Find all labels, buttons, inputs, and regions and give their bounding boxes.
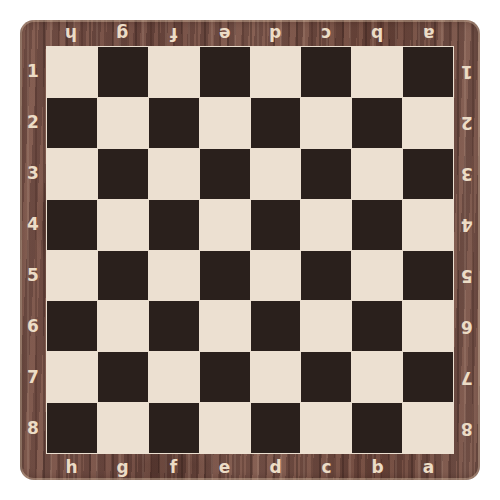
square-e8[interactable] [200, 403, 250, 453]
coord-label: b [352, 20, 403, 46]
square-c2[interactable] [301, 98, 351, 148]
square-g2[interactable] [98, 98, 148, 148]
square-d5[interactable] [251, 251, 301, 301]
square-g7[interactable] [98, 352, 148, 402]
square-h3[interactable] [47, 149, 97, 199]
square-e5[interactable] [200, 251, 250, 301]
square-b7[interactable] [352, 352, 402, 402]
square-c4[interactable] [301, 200, 351, 250]
coord-label: 6 [454, 301, 480, 352]
coord-label: a [403, 20, 454, 46]
square-c1[interactable] [301, 47, 351, 97]
board-frame: hgfedcba hgfedcba 12345678 12345678 [20, 20, 480, 480]
square-c5[interactable] [301, 251, 351, 301]
square-f1[interactable] [149, 47, 199, 97]
file-labels-top: hgfedcba [46, 20, 454, 46]
square-h7[interactable] [47, 352, 97, 402]
square-a4[interactable] [403, 200, 453, 250]
coord-label: 5 [454, 250, 480, 301]
coord-label: 1 [454, 46, 480, 97]
square-g6[interactable] [98, 301, 148, 351]
coord-label: g [97, 454, 148, 480]
coord-label: 4 [454, 199, 480, 250]
square-a8[interactable] [403, 403, 453, 453]
coord-label: 7 [454, 352, 480, 403]
square-h5[interactable] [47, 251, 97, 301]
square-c6[interactable] [301, 301, 351, 351]
square-d1[interactable] [251, 47, 301, 97]
square-a1[interactable] [403, 47, 453, 97]
coord-label: c [301, 20, 352, 46]
square-c7[interactable] [301, 352, 351, 402]
square-e2[interactable] [200, 98, 250, 148]
square-b5[interactable] [352, 251, 402, 301]
coord-label: 3 [20, 148, 46, 199]
rank-labels-right: 12345678 [454, 46, 480, 454]
coord-label: 4 [20, 199, 46, 250]
square-g5[interactable] [98, 251, 148, 301]
coord-label: a [403, 454, 454, 480]
coord-label: 6 [20, 301, 46, 352]
square-f3[interactable] [149, 149, 199, 199]
square-f7[interactable] [149, 352, 199, 402]
square-b6[interactable] [352, 301, 402, 351]
square-a2[interactable] [403, 98, 453, 148]
square-h4[interactable] [47, 200, 97, 250]
coord-label: e [199, 20, 250, 46]
coord-label: f [148, 20, 199, 46]
square-g8[interactable] [98, 403, 148, 453]
coord-label: h [46, 20, 97, 46]
square-b8[interactable] [352, 403, 402, 453]
square-c3[interactable] [301, 149, 351, 199]
square-d4[interactable] [251, 200, 301, 250]
file-labels-bottom: hgfedcba [46, 454, 454, 480]
square-c8[interactable] [301, 403, 351, 453]
square-e4[interactable] [200, 200, 250, 250]
coord-label: 5 [20, 250, 46, 301]
square-d2[interactable] [251, 98, 301, 148]
square-a7[interactable] [403, 352, 453, 402]
coord-label: 2 [20, 97, 46, 148]
coord-label: 8 [454, 403, 480, 454]
rank-labels-left: 12345678 [20, 46, 46, 454]
square-e7[interactable] [200, 352, 250, 402]
square-f6[interactable] [149, 301, 199, 351]
square-f4[interactable] [149, 200, 199, 250]
square-h8[interactable] [47, 403, 97, 453]
square-e3[interactable] [200, 149, 250, 199]
square-e6[interactable] [200, 301, 250, 351]
coord-label: 7 [20, 352, 46, 403]
square-h6[interactable] [47, 301, 97, 351]
square-b4[interactable] [352, 200, 402, 250]
square-f8[interactable] [149, 403, 199, 453]
square-d6[interactable] [251, 301, 301, 351]
square-h2[interactable] [47, 98, 97, 148]
coord-label: 8 [20, 403, 46, 454]
square-b2[interactable] [352, 98, 402, 148]
square-g4[interactable] [98, 200, 148, 250]
coord-label: 2 [454, 97, 480, 148]
coord-label: g [97, 20, 148, 46]
square-d8[interactable] [251, 403, 301, 453]
coord-label: d [250, 454, 301, 480]
coord-label: e [199, 454, 250, 480]
square-f2[interactable] [149, 98, 199, 148]
coord-label: d [250, 20, 301, 46]
square-a6[interactable] [403, 301, 453, 351]
square-h1[interactable] [47, 47, 97, 97]
square-d7[interactable] [251, 352, 301, 402]
coord-label: 1 [20, 46, 46, 97]
chess-board [46, 46, 454, 454]
square-a5[interactable] [403, 251, 453, 301]
square-b3[interactable] [352, 149, 402, 199]
coord-label: c [301, 454, 352, 480]
coord-label: h [46, 454, 97, 480]
coord-label: f [148, 454, 199, 480]
square-e1[interactable] [200, 47, 250, 97]
square-f5[interactable] [149, 251, 199, 301]
square-b1[interactable] [352, 47, 402, 97]
coord-label: 3 [454, 148, 480, 199]
page: hgfedcba hgfedcba 12345678 12345678 [0, 0, 500, 500]
coord-label: b [352, 454, 403, 480]
square-a3[interactable] [403, 149, 453, 199]
square-g3[interactable] [98, 149, 148, 199]
square-g1[interactable] [98, 47, 148, 97]
square-d3[interactable] [251, 149, 301, 199]
